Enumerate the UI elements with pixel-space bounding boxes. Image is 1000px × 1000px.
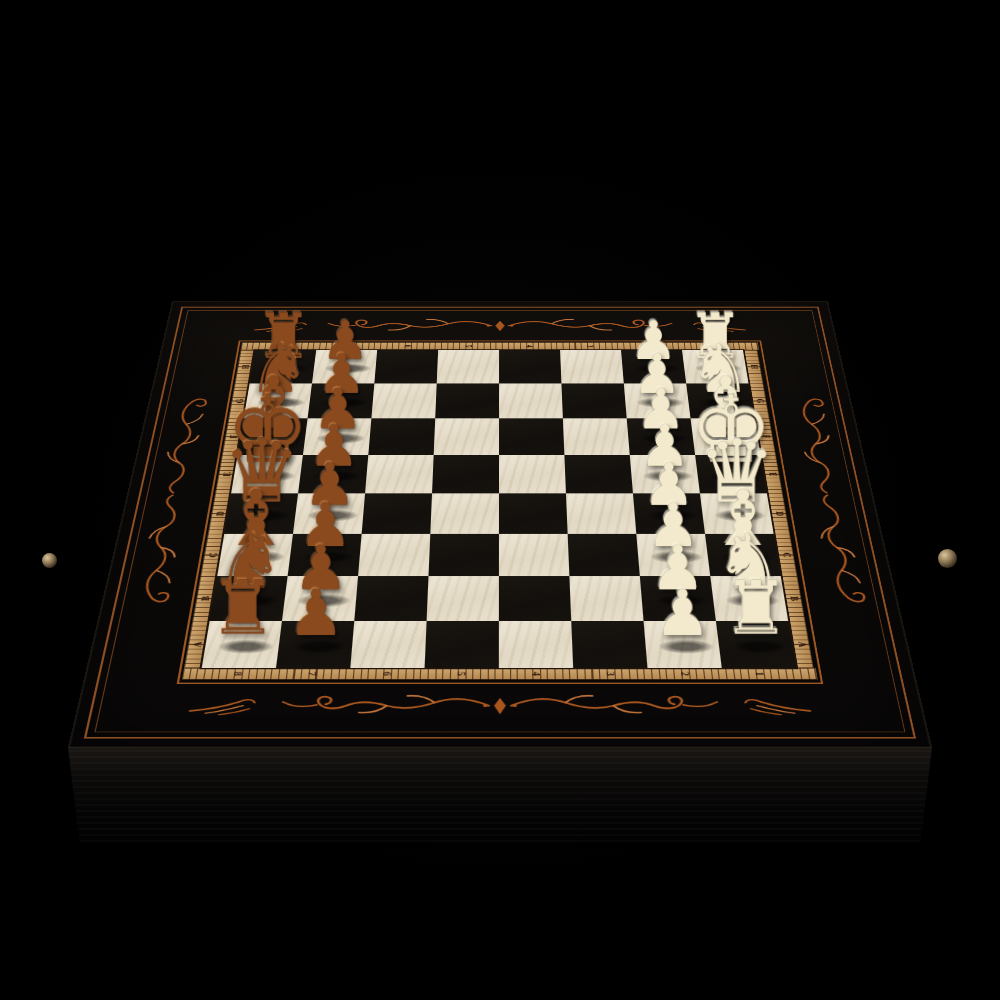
black-pawn-glyph: ♟ [287,584,344,644]
box-front-face [60,747,940,842]
board-surface: ♜♟♟♜♞♟♟♞♝♟♟♝♚♟♟♚♛♟♟♛♝♟♟♝♞♟♟♞♜♟♟♜ HH88GG7… [68,301,933,748]
black-rook-glyph: ♜ [209,573,276,644]
pieces-layer: ♜♟♟♜♞♟♟♞♝♟♟♝♚♟♟♚♛♟♟♛♝♟♟♝♞♟♟♞♜♟♟♜ [202,350,796,668]
rank-label-top-4: 4 [524,345,535,348]
board-perspective-wrapper: ♜♟♟♜♞♟♟♞♝♟♟♝♚♟♟♚♛♟♟♛♝♟♟♝♞♟♟♞♜♟♟♜ HH88GG7… [0,0,1000,1000]
photo-scene: ♜♟♟♜♞♟♟♞♝♟♟♝♚♟♟♚♛♟♟♛♝♟♟♝♞♟♟♞♜♟♟♜ HH88GG7… [0,0,1000,1000]
side-knob-right [938,549,957,568]
rank-label-top-3: 3 [585,345,596,348]
white-pawn-glyph: ♟ [654,584,711,644]
side-knob-left [42,553,57,568]
rank-label-top-5: 5 [463,345,474,348]
rank-label-top-6: 6 [402,345,413,348]
white-rook-glyph: ♜ [722,573,789,644]
